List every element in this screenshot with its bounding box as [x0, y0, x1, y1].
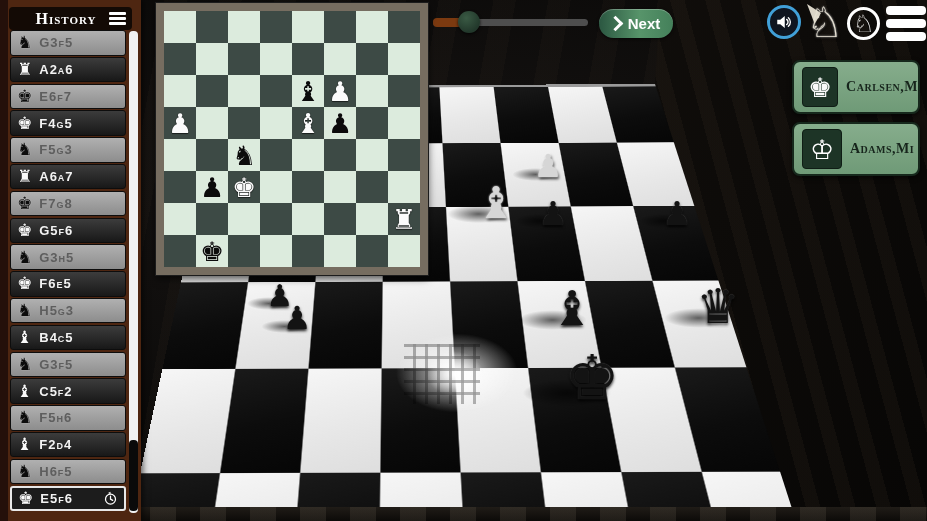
next-button-label: Next — [628, 15, 661, 32]
mini-square-d6 — [260, 75, 292, 107]
black-king-b1: ♚ — [196, 235, 228, 267]
move-label: G5f6 — [39, 223, 73, 238]
black-knight-c4: ♞ — [228, 139, 260, 171]
scrollbar-track[interactable] — [129, 31, 138, 513]
slider-knob[interactable] — [458, 11, 480, 33]
black-knight-icon: ♞ — [17, 409, 32, 426]
mini-square-g5 — [356, 107, 388, 139]
move-row[interactable]: ♚E6f7 — [10, 84, 126, 110]
move-label: C5f2 — [39, 384, 72, 399]
move-label: A6a7 — [39, 169, 73, 184]
mini-square-f8 — [324, 11, 356, 43]
move-row[interactable]: ♚F4g5 — [10, 110, 126, 136]
move-row[interactable]: ♚E5f6 — [10, 486, 126, 512]
mini-square-b8 — [196, 11, 228, 43]
black-knight-icon: ♞ — [17, 302, 32, 319]
move-list: ♞G3f5♜A2a6♚E6f7♚F4g5♞F5g3♜A6a7♚F7g8♚G5f6… — [10, 30, 126, 511]
move-label: F4g5 — [39, 116, 72, 131]
player-name: Carlsen,M — [846, 79, 918, 95]
move-row[interactable]: ♜A6a7 — [10, 164, 126, 190]
white-bishop-icon: ♝ — [17, 383, 32, 400]
black-king-icon: ♚ — [17, 88, 32, 105]
history-menu-icon[interactable] — [109, 12, 126, 25]
player-card-black[interactable]: ♔ Adams,Mi — [792, 122, 920, 176]
history-title: History — [9, 10, 109, 28]
mini-square-b6 — [196, 75, 228, 107]
white-king-icon: ♚ — [17, 222, 32, 239]
clock-icon — [103, 491, 118, 506]
player-name: Adams,Mi — [850, 141, 914, 157]
move-label: B4c5 — [39, 330, 73, 345]
mini-square-d1 — [260, 235, 292, 267]
mini-square-e3 — [292, 171, 324, 203]
move-row[interactable]: ♞G3f5 — [10, 352, 126, 378]
move-label: A2a6 — [39, 62, 73, 77]
move-row[interactable]: ♝B4c5 — [10, 325, 126, 351]
white-king-icon: ♚ — [802, 67, 838, 107]
mini-square-c5 — [228, 107, 260, 139]
white-bishop-icon: ♝ — [17, 329, 32, 346]
move-label: F7g8 — [39, 196, 72, 211]
mini-board: ♝♟♟♝♟♞♟♚♜♚ — [156, 3, 428, 275]
mini-square-g7 — [356, 43, 388, 75]
mini-square-f7 — [324, 43, 356, 75]
black-knight-icon: ♞ — [17, 34, 32, 51]
mini-square-a6 — [164, 75, 196, 107]
winged-knight-logo-icon[interactable]: ♘ — [806, 0, 844, 46]
move-row[interactable]: ♜A2a6 — [10, 57, 126, 83]
mini-square-d3 — [260, 171, 292, 203]
mini-square-d2 — [260, 203, 292, 235]
mini-square-h4 — [388, 139, 420, 171]
mini-square-g3 — [356, 171, 388, 203]
move-row[interactable]: ♝F2d4 — [10, 432, 126, 458]
mini-square-b5 — [196, 107, 228, 139]
move-row[interactable]: ♚G5f6 — [10, 218, 126, 244]
white-king-icon: ♚ — [17, 275, 32, 292]
scrollbar-thumb[interactable] — [129, 440, 138, 511]
player-card-white[interactable]: ♚ Carlsen,M — [792, 60, 920, 114]
mini-square-a4 — [164, 139, 196, 171]
black-king-3d[interactable]: ♚ — [564, 347, 620, 409]
chevron-right-icon — [607, 16, 623, 32]
move-row[interactable]: ♚F7g8 — [10, 191, 126, 217]
white-rook-icon: ♜ — [17, 61, 32, 78]
mini-square-h6 — [388, 75, 420, 107]
mini-square-e1 — [292, 235, 324, 267]
app-window: ♟♝♟♟♟♟♝♛♚ History ♞G3f5♜A2a6♚E6f7♚F4g5♞F… — [0, 0, 927, 521]
mini-square-d7 — [260, 43, 292, 75]
white-bishop-e5: ♝ — [292, 107, 324, 139]
black-pawn-3d[interactable]: ♟ — [538, 197, 568, 230]
white-bishop-icon: ♝ — [17, 436, 32, 453]
speaker-icon — [775, 13, 793, 31]
mini-square-g1 — [356, 235, 388, 267]
mini-square-e7 — [292, 43, 324, 75]
move-row[interactable]: ♞H5g3 — [10, 298, 126, 324]
move-label: G3h5 — [39, 250, 74, 265]
mini-square-f3 — [324, 171, 356, 203]
mini-square-g6 — [356, 75, 388, 107]
black-bishop-e6: ♝ — [292, 75, 324, 107]
mini-square-g4 — [356, 139, 388, 171]
history-header: History — [9, 7, 132, 30]
mini-square-a2 — [164, 203, 196, 235]
move-row[interactable]: ♞G3f5 — [10, 30, 126, 56]
mini-square-g2 — [356, 203, 388, 235]
move-label: F2d4 — [39, 437, 72, 452]
mini-square-h3 — [388, 171, 420, 203]
black-knight-icon: ♞ — [17, 249, 32, 266]
mini-square-a8 — [164, 11, 196, 43]
black-pawn-3d[interactable]: ♟ — [662, 197, 692, 230]
black-pawn-f5: ♟ — [324, 107, 356, 139]
mini-square-e4 — [292, 139, 324, 171]
move-label: G3f5 — [39, 35, 73, 50]
black-knight-icon: ♞ — [17, 463, 32, 480]
mini-square-g8 — [356, 11, 388, 43]
white-king-c3: ♚ — [228, 171, 260, 203]
move-label: H6f5 — [39, 464, 72, 479]
move-row[interactable]: ♚F6e5 — [10, 271, 126, 297]
mini-square-h8 — [388, 11, 420, 43]
move-label: H5g3 — [39, 303, 74, 318]
move-label: E5f6 — [40, 491, 73, 506]
black-pawn-b3: ♟ — [196, 171, 228, 203]
black-pawn-3d[interactable]: ♟ — [283, 302, 312, 334]
mini-square-d4 — [260, 139, 292, 171]
move-row[interactable]: ♞H6f5 — [10, 459, 126, 485]
mini-square-h1 — [388, 235, 420, 267]
next-button[interactable]: Next — [599, 9, 673, 38]
mini-square-b7 — [196, 43, 228, 75]
mini-square-c6 — [228, 75, 260, 107]
move-label: E6f7 — [39, 89, 72, 104]
mini-square-f4 — [324, 139, 356, 171]
mini-square-c1 — [228, 235, 260, 267]
black-queen-3d[interactable]: ♛ — [696, 282, 739, 330]
white-rook-icon: ♜ — [17, 168, 32, 185]
black-king-icon: ♔ — [802, 129, 842, 169]
move-label: F5g3 — [39, 142, 72, 157]
move-row[interactable]: ♝C5f2 — [10, 378, 126, 404]
mini-square-h7 — [388, 43, 420, 75]
mini-square-d8 — [260, 11, 292, 43]
mini-square-e8 — [292, 11, 324, 43]
mini-square-h5 — [388, 107, 420, 139]
black-bishop-3d[interactable]: ♝ — [550, 284, 593, 332]
main-menu-icon[interactable] — [886, 6, 926, 41]
mini-square-c8 — [228, 11, 260, 43]
sound-button[interactable] — [767, 5, 801, 39]
white-pawn-a5: ♟ — [164, 107, 196, 139]
mini-square-b2 — [196, 203, 228, 235]
mini-square-d5 — [260, 107, 292, 139]
mini-board-grid: ♝♟♟♝♟♞♟♚♜♚ — [164, 11, 420, 267]
black-knight-icon: ♞ — [17, 141, 32, 158]
mini-square-c2 — [228, 203, 260, 235]
mini-square-f2 — [324, 203, 356, 235]
mini-square-a7 — [164, 43, 196, 75]
knight-circle-logo-icon[interactable]: ♘ — [847, 7, 880, 40]
move-row[interactable]: ♞F5g3 — [10, 137, 126, 163]
mini-square-e2 — [292, 203, 324, 235]
silver-pawn-3d[interactable]: ♟ — [534, 150, 563, 182]
black-knight-icon: ♞ — [17, 356, 32, 373]
mini-square-a1 — [164, 235, 196, 267]
move-label: G3f5 — [39, 357, 73, 372]
move-row[interactable]: ♞G3h5 — [10, 244, 126, 270]
mini-square-a3 — [164, 171, 196, 203]
mini-square-f1 — [324, 235, 356, 267]
black-king-icon: ♚ — [17, 195, 32, 212]
white-pawn-f6: ♟ — [324, 75, 356, 107]
move-label: F5h6 — [39, 410, 72, 425]
move-row[interactable]: ♞F5h6 — [10, 405, 126, 431]
mini-square-c7 — [228, 43, 260, 75]
history-panel: History ♞G3f5♜A2a6♚E6f7♚F4g5♞F5g3♜A6a7♚F… — [0, 0, 141, 521]
mini-square-b4 — [196, 139, 228, 171]
white-rook-h2: ♜ — [388, 203, 420, 235]
move-label: F6e5 — [39, 276, 71, 291]
white-king-icon: ♚ — [17, 115, 32, 132]
white-king-icon: ♚ — [18, 490, 33, 507]
